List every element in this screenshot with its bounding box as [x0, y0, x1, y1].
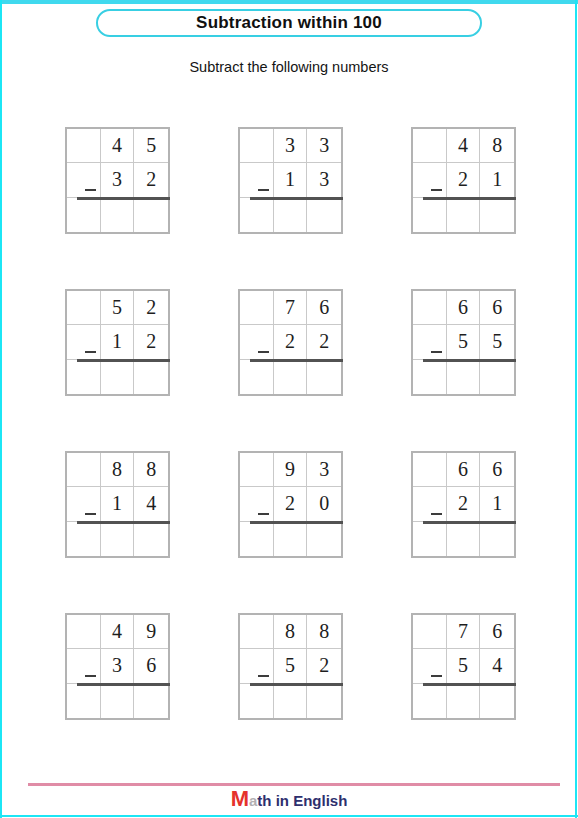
digit-cell: 3 — [307, 163, 341, 197]
answer-cell — [134, 360, 168, 394]
empty-cell — [240, 129, 274, 163]
digit-cell: 4 — [101, 129, 135, 163]
digit-cell: 2 — [274, 487, 308, 521]
answer-cell — [274, 198, 308, 232]
answer-cell — [274, 522, 308, 556]
subtraction-line — [423, 197, 516, 200]
digit-cell: 6 — [447, 291, 481, 325]
digit-cell: 5 — [101, 291, 135, 325]
empty-cell — [240, 487, 274, 521]
page-border-right — [575, 0, 577, 818]
minus-sign — [431, 675, 442, 677]
empty-cell — [413, 453, 447, 487]
answer-cell — [480, 198, 514, 232]
digit-cell: 2 — [307, 649, 341, 683]
subtraction-problem: 7622 — [238, 289, 343, 396]
digit-cell: 2 — [447, 163, 481, 197]
subtraction-problem: 7654 — [411, 613, 516, 720]
answer-cell — [240, 198, 274, 232]
empty-cell — [413, 163, 447, 197]
digit-cell: 9 — [274, 453, 308, 487]
digit-cell: 7 — [274, 291, 308, 325]
answer-cell — [307, 198, 341, 232]
answer-cell — [307, 360, 341, 394]
page-border-bottom — [0, 815, 578, 817]
digit-cell: 2 — [134, 163, 168, 197]
digit-cell: 4 — [480, 649, 514, 683]
digit-cell: 2 — [307, 325, 341, 359]
digit-cell: 6 — [480, 291, 514, 325]
answer-cell — [274, 360, 308, 394]
digit-cell: 1 — [101, 487, 135, 521]
answer-cell — [480, 684, 514, 718]
empty-cell — [240, 453, 274, 487]
subtraction-line — [250, 683, 343, 686]
digit-cell: 7 — [447, 615, 481, 649]
answer-cell — [240, 522, 274, 556]
subtraction-problem: 5212 — [65, 289, 170, 396]
answer-cell — [240, 684, 274, 718]
digit-cell: 3 — [101, 649, 135, 683]
subtraction-line — [77, 521, 170, 524]
digit-cell: 2 — [134, 325, 168, 359]
worksheet-title-box: Subtraction within 100 — [96, 9, 482, 37]
answer-cell — [480, 360, 514, 394]
digit-cell: 4 — [447, 129, 481, 163]
answer-cell — [413, 522, 447, 556]
empty-cell — [413, 649, 447, 683]
minus-sign — [85, 189, 96, 191]
problems-grid: 4532331348215212762266558814932066214936… — [65, 127, 516, 720]
empty-cell — [67, 615, 101, 649]
subtraction-line — [423, 683, 516, 686]
worksheet-instruction: Subtract the following numbers — [0, 59, 578, 75]
answer-cell — [67, 684, 101, 718]
answer-cell — [480, 522, 514, 556]
answer-cell — [134, 198, 168, 232]
answer-cell — [447, 684, 481, 718]
empty-cell — [240, 163, 274, 197]
digit-cell: 6 — [447, 453, 481, 487]
answer-cell — [447, 198, 481, 232]
subtraction-line — [250, 359, 343, 362]
minus-sign — [85, 675, 96, 677]
digit-cell: 8 — [134, 453, 168, 487]
digit-cell: 1 — [274, 163, 308, 197]
answer-cell — [447, 522, 481, 556]
minus-sign — [85, 513, 96, 515]
answer-cell — [101, 360, 135, 394]
minus-sign — [258, 189, 269, 191]
subtraction-problem: 4821 — [411, 127, 516, 234]
subtraction-problem: 4936 — [65, 613, 170, 720]
minus-sign — [431, 351, 442, 353]
digit-cell: 9 — [134, 615, 168, 649]
subtraction-line — [77, 197, 170, 200]
minus-sign — [258, 675, 269, 677]
answer-cell — [307, 684, 341, 718]
minus-sign — [431, 189, 442, 191]
subtraction-problem: 3313 — [238, 127, 343, 234]
empty-cell — [413, 615, 447, 649]
subtraction-problem: 8814 — [65, 451, 170, 558]
page-border-left — [0, 0, 2, 818]
digit-cell: 2 — [447, 487, 481, 521]
brand-logo-text: th in English — [257, 792, 347, 809]
empty-cell — [240, 615, 274, 649]
subtraction-problem: 6655 — [411, 289, 516, 396]
empty-cell — [240, 649, 274, 683]
empty-cell — [240, 325, 274, 359]
empty-cell — [67, 163, 101, 197]
answer-cell — [101, 684, 135, 718]
empty-cell — [413, 291, 447, 325]
answer-cell — [240, 360, 274, 394]
subtraction-line — [423, 521, 516, 524]
answer-cell — [413, 360, 447, 394]
subtraction-line — [250, 521, 343, 524]
empty-cell — [67, 453, 101, 487]
digit-cell: 8 — [101, 453, 135, 487]
subtraction-problem: 6621 — [411, 451, 516, 558]
digit-cell: 0 — [307, 487, 341, 521]
digit-cell: 8 — [307, 615, 341, 649]
empty-cell — [67, 291, 101, 325]
subtraction-line — [250, 197, 343, 200]
digit-cell: 2 — [134, 291, 168, 325]
subtraction-line — [77, 683, 170, 686]
digit-cell: 6 — [134, 649, 168, 683]
answer-cell — [307, 522, 341, 556]
empty-cell — [413, 129, 447, 163]
subtraction-line — [423, 359, 516, 362]
digit-cell: 3 — [274, 129, 308, 163]
digit-cell: 4 — [101, 615, 135, 649]
brand-logo: Math in English — [0, 786, 578, 812]
page-title: Subtraction within 100 — [196, 13, 382, 33]
answer-cell — [67, 522, 101, 556]
answer-cell — [447, 360, 481, 394]
empty-cell — [413, 487, 447, 521]
digit-cell: 3 — [307, 129, 341, 163]
minus-sign — [431, 513, 442, 515]
minus-sign — [258, 513, 269, 515]
digit-cell: 3 — [101, 163, 135, 197]
answer-cell — [134, 522, 168, 556]
brand-logo-letter-m: M — [231, 786, 249, 811]
answer-cell — [413, 198, 447, 232]
answer-cell — [67, 360, 101, 394]
answer-cell — [134, 684, 168, 718]
minus-sign — [85, 351, 96, 353]
digit-cell: 1 — [101, 325, 135, 359]
digit-cell: 2 — [274, 325, 308, 359]
digit-cell: 5 — [274, 649, 308, 683]
answer-cell — [413, 684, 447, 718]
empty-cell — [67, 129, 101, 163]
empty-cell — [67, 325, 101, 359]
minus-sign — [258, 351, 269, 353]
answer-cell — [274, 684, 308, 718]
digit-cell: 5 — [447, 649, 481, 683]
empty-cell — [67, 649, 101, 683]
digit-cell: 5 — [134, 129, 168, 163]
empty-cell — [67, 487, 101, 521]
digit-cell: 4 — [134, 487, 168, 521]
digit-cell: 3 — [307, 453, 341, 487]
digit-cell: 6 — [307, 291, 341, 325]
digit-cell: 8 — [274, 615, 308, 649]
digit-cell: 6 — [480, 453, 514, 487]
digit-cell: 1 — [480, 487, 514, 521]
subtraction-problem: 9320 — [238, 451, 343, 558]
empty-cell — [413, 325, 447, 359]
answer-cell — [67, 198, 101, 232]
digit-cell: 8 — [480, 129, 514, 163]
subtraction-line — [77, 359, 170, 362]
digit-cell: 5 — [447, 325, 481, 359]
subtraction-problem: 8852 — [238, 613, 343, 720]
digit-cell: 1 — [480, 163, 514, 197]
answer-cell — [101, 522, 135, 556]
digit-cell: 6 — [480, 615, 514, 649]
digit-cell: 5 — [480, 325, 514, 359]
answer-cell — [101, 198, 135, 232]
subtraction-problem: 4532 — [65, 127, 170, 234]
empty-cell — [240, 291, 274, 325]
page-border-top — [0, 0, 578, 4]
